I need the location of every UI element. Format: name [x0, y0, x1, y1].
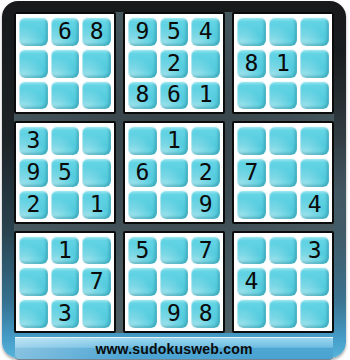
cell-r2c5[interactable]: 2	[160, 49, 189, 78]
cell-r8c5[interactable]	[160, 267, 189, 296]
cell-r2c4[interactable]	[128, 49, 157, 78]
cell-r1c7[interactable]	[237, 17, 266, 46]
cell-r2c1[interactable]	[19, 49, 48, 78]
cell-r9c1[interactable]	[19, 299, 48, 328]
cell-r7c1[interactable]	[19, 236, 48, 265]
cell-r4c7[interactable]	[237, 126, 266, 155]
cell-r1c5[interactable]: 5	[160, 17, 189, 46]
cell-r6c4[interactable]	[128, 190, 157, 219]
cell-r7c7[interactable]	[237, 236, 266, 265]
cell-r7c6[interactable]: 7	[191, 236, 220, 265]
cell-r4c4[interactable]	[128, 126, 157, 155]
cell-r6c8[interactable]	[269, 190, 298, 219]
cell-r8c8[interactable]	[269, 267, 298, 296]
box-r1c1: 68	[14, 12, 116, 114]
cell-r7c9[interactable]: 3	[300, 236, 329, 265]
footer-band: www.sudokusweb.com	[15, 337, 333, 359]
cell-r8c7[interactable]: 4	[237, 267, 266, 296]
cell-r9c7[interactable]	[237, 299, 266, 328]
cell-r2c2[interactable]	[51, 49, 80, 78]
cell-r8c9[interactable]	[300, 267, 329, 296]
cell-r8c6[interactable]	[191, 267, 220, 296]
cell-r3c6[interactable]: 1	[191, 81, 220, 110]
cell-r2c3[interactable]	[82, 49, 111, 78]
cell-r1c1[interactable]	[19, 17, 48, 46]
cell-r4c9[interactable]	[300, 126, 329, 155]
cell-r3c4[interactable]: 8	[128, 81, 157, 110]
cell-r5c3[interactable]	[82, 158, 111, 187]
cell-r6c9[interactable]: 4	[300, 190, 329, 219]
cell-r6c1[interactable]: 2	[19, 190, 48, 219]
cell-r7c8[interactable]	[269, 236, 298, 265]
cell-r3c8[interactable]	[269, 81, 298, 110]
box-r3c1: 173	[14, 231, 116, 333]
cell-r4c8[interactable]	[269, 126, 298, 155]
cell-r5c5[interactable]	[160, 158, 189, 187]
cell-r8c2[interactable]	[51, 267, 80, 296]
cell-r9c5[interactable]: 9	[160, 299, 189, 328]
cell-r1c4[interactable]: 9	[128, 17, 157, 46]
cell-r5c4[interactable]: 6	[128, 158, 157, 187]
cell-r3c5[interactable]: 6	[160, 81, 189, 110]
box-r1c3: 81	[232, 12, 334, 114]
cell-r8c3[interactable]: 7	[82, 267, 111, 296]
cell-r1c8[interactable]	[269, 17, 298, 46]
cell-r1c3[interactable]: 8	[82, 17, 111, 46]
cell-r7c3[interactable]	[82, 236, 111, 265]
cell-r2c6[interactable]	[191, 49, 220, 78]
site-url-link[interactable]: www.sudokusweb.com	[95, 341, 252, 357]
cell-r2c7[interactable]: 8	[237, 49, 266, 78]
cell-r5c9[interactable]	[300, 158, 329, 187]
cell-r9c6[interactable]: 8	[191, 299, 220, 328]
cell-r6c2[interactable]	[51, 190, 80, 219]
cell-r7c5[interactable]	[160, 236, 189, 265]
cell-r9c3[interactable]	[82, 299, 111, 328]
cell-r4c6[interactable]	[191, 126, 220, 155]
cell-r3c9[interactable]	[300, 81, 329, 110]
box-r2c2: 1629	[123, 121, 225, 223]
cell-r4c3[interactable]	[82, 126, 111, 155]
cell-r2c9[interactable]	[300, 49, 329, 78]
cell-r5c6[interactable]: 2	[191, 158, 220, 187]
cell-r1c6[interactable]: 4	[191, 17, 220, 46]
box-r3c3: 34	[232, 231, 334, 333]
cell-r3c3[interactable]	[82, 81, 111, 110]
cell-r6c6[interactable]: 9	[191, 190, 220, 219]
cell-r3c2[interactable]	[51, 81, 80, 110]
cell-r1c2[interactable]: 6	[51, 17, 80, 46]
cell-r1c9[interactable]	[300, 17, 329, 46]
cell-r4c2[interactable]	[51, 126, 80, 155]
sudoku-board: 6895428618139521162974173579834	[14, 12, 334, 333]
cell-r6c7[interactable]	[237, 190, 266, 219]
cell-r5c7[interactable]: 7	[237, 158, 266, 187]
cell-r9c8[interactable]	[269, 299, 298, 328]
cell-r3c7[interactable]	[237, 81, 266, 110]
cell-r2c8[interactable]: 1	[269, 49, 298, 78]
cell-r6c5[interactable]	[160, 190, 189, 219]
cell-r3c1[interactable]	[19, 81, 48, 110]
cell-r5c1[interactable]: 9	[19, 158, 48, 187]
cell-r9c4[interactable]	[128, 299, 157, 328]
cell-r7c2[interactable]: 1	[51, 236, 80, 265]
cell-r8c4[interactable]	[128, 267, 157, 296]
cell-r9c9[interactable]	[300, 299, 329, 328]
box-r2c1: 39521	[14, 121, 116, 223]
cell-r5c8[interactable]	[269, 158, 298, 187]
cell-r8c1[interactable]	[19, 267, 48, 296]
cell-r7c4[interactable]: 5	[128, 236, 157, 265]
cell-r9c2[interactable]: 3	[51, 299, 80, 328]
cell-r4c1[interactable]: 3	[19, 126, 48, 155]
box-r1c2: 9542861	[123, 12, 225, 114]
board-frame: 6895428618139521162974173579834 www.sudo…	[2, 1, 346, 358]
box-r3c2: 5798	[123, 231, 225, 333]
box-r2c3: 74	[232, 121, 334, 223]
cell-r6c3[interactable]: 1	[82, 190, 111, 219]
cell-r5c2[interactable]: 5	[51, 158, 80, 187]
cell-r4c5[interactable]: 1	[160, 126, 189, 155]
